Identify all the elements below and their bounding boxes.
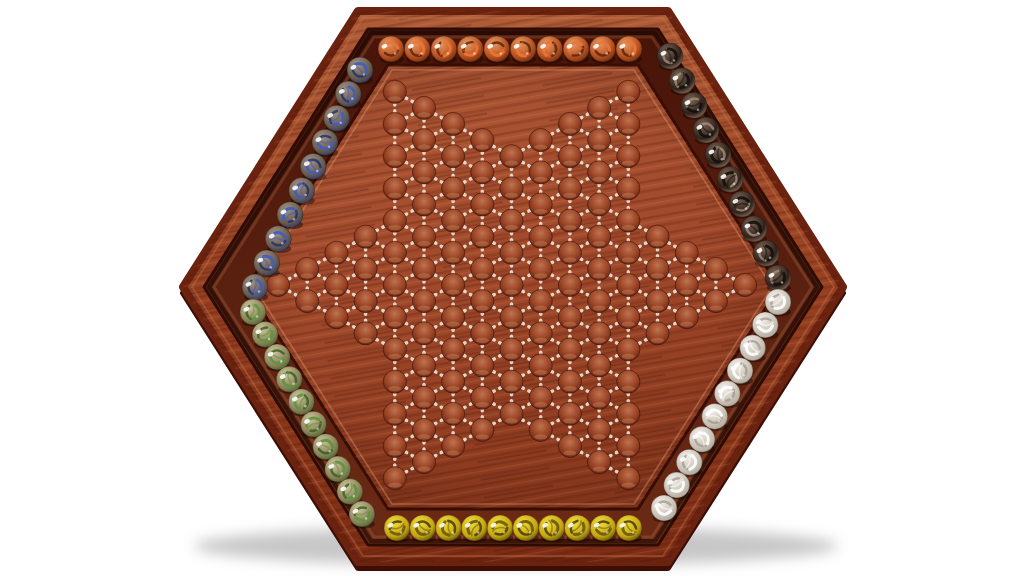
board-hole[interactable]: [704, 290, 727, 313]
hole-inner-light: [418, 273, 431, 278]
hole-inner-light: [418, 338, 431, 343]
hole-inner-light: [476, 241, 489, 246]
board-hole[interactable]: [471, 322, 494, 345]
board-hole[interactable]: [617, 145, 640, 168]
board-hole[interactable]: [588, 451, 611, 474]
hole-inner-light: [505, 322, 518, 327]
board-hole[interactable]: [617, 338, 640, 361]
hole-inner-light: [534, 402, 547, 407]
hole-inner-light: [505, 289, 518, 294]
hole-inner-light: [359, 241, 372, 246]
specular-dot: [447, 52, 450, 55]
marble-yellow[interactable]: [461, 515, 487, 543]
marble-blue[interactable]: [265, 226, 291, 254]
board-hole[interactable]: [558, 145, 581, 168]
board-hole[interactable]: [325, 273, 348, 296]
hole-inner-light: [622, 386, 635, 391]
specular-dot: [394, 52, 397, 55]
specular-dot: [552, 52, 555, 55]
marble-orange[interactable]: [484, 36, 510, 64]
marble-blue[interactable]: [277, 202, 303, 230]
board-hole[interactable]: [588, 354, 611, 377]
marble-black[interactable]: [753, 240, 779, 267]
board-hole[interactable]: [383, 145, 406, 168]
hole-inner-light: [680, 289, 693, 294]
hole-inner-light: [593, 306, 606, 311]
board-hole[interactable]: [412, 257, 435, 280]
specular-dot: [473, 52, 476, 55]
board-hole[interactable]: [558, 177, 581, 200]
board-hole[interactable]: [296, 257, 319, 280]
marble-yellow[interactable]: [384, 515, 410, 543]
hole-inner-light: [534, 306, 547, 311]
specular-dot: [328, 450, 331, 453]
board-hole[interactable]: [529, 193, 552, 216]
board-hole[interactable]: [500, 241, 523, 264]
hole-inner-light: [622, 193, 635, 198]
hole-inner-light: [622, 483, 635, 488]
board-hole[interactable]: [617, 80, 640, 103]
specular-dot: [451, 531, 454, 534]
board-hole[interactable]: [733, 273, 756, 296]
hole-inner-light: [476, 306, 489, 311]
marble-white[interactable]: [651, 495, 677, 523]
marble-yellow[interactable]: [564, 515, 590, 543]
hole-inner-light: [359, 273, 372, 278]
board-hole[interactable]: [412, 354, 435, 377]
marble-orange[interactable]: [457, 36, 483, 64]
board-hole[interactable]: [588, 225, 611, 248]
marble-black[interactable]: [657, 43, 683, 71]
hole-inner-light: [476, 338, 489, 343]
board-hole[interactable]: [354, 290, 377, 313]
marble-black[interactable]: [681, 92, 707, 120]
board-hole[interactable]: [588, 418, 611, 441]
specular-dot: [293, 218, 296, 221]
board-hole[interactable]: [558, 434, 581, 457]
hole-inner-light: [593, 241, 606, 246]
hole-inner-light: [476, 209, 489, 214]
board-hole[interactable]: [383, 112, 406, 135]
board-hole[interactable]: [325, 306, 348, 329]
specular-dot: [697, 109, 700, 112]
board-hole[interactable]: [588, 96, 611, 119]
specular-dot: [632, 531, 635, 534]
hole-inner-light: [534, 241, 547, 246]
specular-dot: [292, 383, 295, 386]
board-hole[interactable]: [500, 370, 523, 393]
hole-inner-light: [447, 418, 460, 423]
hole-inner-light: [330, 257, 343, 262]
board-hole[interactable]: [471, 290, 494, 313]
hole-inner-light: [622, 257, 635, 262]
hole-inner-light: [505, 161, 518, 166]
board-hole[interactable]: [675, 273, 698, 296]
marble-blue[interactable]: [300, 153, 326, 181]
marble-blue[interactable]: [289, 178, 315, 206]
specular-dot: [500, 52, 503, 55]
marble-blue[interactable]: [335, 81, 361, 109]
board-hole[interactable]: [383, 402, 406, 425]
specular-dot: [757, 232, 760, 235]
board-hole[interactable]: [558, 370, 581, 393]
specular-dot: [769, 257, 772, 260]
board-hole[interactable]: [588, 257, 611, 280]
board-hole[interactable]: [442, 145, 465, 168]
hole-inner-light: [593, 273, 606, 278]
hole-inner-light: [709, 273, 722, 278]
hole-inner-light: [534, 145, 547, 150]
hole-inner-light: [447, 386, 460, 391]
marble-blue[interactable]: [312, 129, 338, 157]
board-hole[interactable]: [412, 161, 435, 184]
hole-inner-light: [388, 483, 401, 488]
board-hole[interactable]: [529, 290, 552, 313]
hole-inner-light: [563, 257, 576, 262]
board-hole[interactable]: [500, 306, 523, 329]
hole-inner-light: [534, 434, 547, 439]
marble-orange[interactable]: [431, 36, 457, 64]
hole-inner-light: [330, 289, 343, 294]
specular-dot: [353, 495, 356, 498]
board-hole[interactable]: [383, 306, 406, 329]
specular-dot: [269, 266, 272, 269]
board-hole[interactable]: [471, 129, 494, 152]
specular-dot: [605, 52, 608, 55]
hole-inner-light: [505, 225, 518, 230]
hole-inner-light: [709, 306, 722, 311]
specular-dot: [730, 397, 733, 400]
specular-dot: [743, 374, 746, 377]
specular-dot: [733, 183, 736, 186]
marble-yellow[interactable]: [513, 515, 539, 543]
board-hole[interactable]: [617, 370, 640, 393]
board-hole[interactable]: [529, 225, 552, 248]
board-hole[interactable]: [617, 306, 640, 329]
board-hole[interactable]: [529, 257, 552, 280]
board-hole[interactable]: [558, 241, 581, 264]
hole-inner-light: [447, 354, 460, 359]
board-hole[interactable]: [412, 225, 435, 248]
board-hole[interactable]: [588, 322, 611, 345]
hole-inner-light: [622, 128, 635, 133]
specular-dot: [503, 531, 506, 534]
hole-inner-light: [593, 145, 606, 150]
board-hole[interactable]: [500, 338, 523, 361]
board-hole[interactable]: [354, 225, 377, 248]
hole-inner-light: [534, 273, 547, 278]
hole-inner-light: [622, 161, 635, 166]
board-hole[interactable]: [383, 209, 406, 232]
specular-dot: [258, 290, 261, 293]
specular-dot: [632, 52, 635, 55]
marble-blue[interactable]: [254, 250, 280, 278]
hole-inner-light: [388, 322, 401, 327]
hole-inner-light: [534, 370, 547, 375]
marble-orange[interactable]: [590, 36, 616, 64]
hole-inner-light: [563, 354, 576, 359]
hole-inner-light: [301, 306, 314, 311]
board-hole[interactable]: [500, 145, 523, 168]
board-hole[interactable]: [558, 338, 581, 361]
specular-dot: [705, 443, 708, 446]
board-hole[interactable]: [471, 386, 494, 409]
specular-dot: [339, 121, 342, 124]
specular-dot: [781, 281, 784, 284]
marble-green[interactable]: [349, 501, 375, 529]
board-hole[interactable]: [442, 306, 465, 329]
specular-dot: [526, 52, 529, 55]
board-hole[interactable]: [442, 402, 465, 425]
board-hole[interactable]: [558, 402, 581, 425]
hole-inner-light: [563, 322, 576, 327]
board-hole[interactable]: [617, 273, 640, 296]
specular-dot: [554, 531, 557, 534]
hole-inner-light: [563, 225, 576, 230]
hole-inner-light: [476, 273, 489, 278]
marble-blue[interactable]: [347, 57, 373, 85]
specular-dot: [579, 52, 582, 55]
hole-inner-light: [534, 177, 547, 182]
marble-black[interactable]: [741, 216, 767, 244]
hole-inner-light: [622, 354, 635, 359]
specular-dot: [717, 420, 720, 423]
hole-inner-light: [593, 434, 606, 439]
board-hole[interactable]: [442, 338, 465, 361]
specular-dot: [781, 305, 784, 308]
board-hole[interactable]: [675, 306, 698, 329]
marble-orange[interactable]: [404, 36, 430, 64]
board-hole[interactable]: [529, 129, 552, 152]
hole-inner-light: [622, 289, 635, 294]
hole-inner-light: [593, 370, 606, 375]
board-hole[interactable]: [412, 290, 435, 313]
board-hole[interactable]: [442, 241, 465, 264]
board-hole[interactable]: [588, 193, 611, 216]
board-hole[interactable]: [617, 112, 640, 135]
board-hole[interactable]: [588, 386, 611, 409]
hole-inner-light: [359, 306, 372, 311]
hole-inner-light: [388, 128, 401, 133]
hole-inner-light: [388, 450, 401, 455]
board-hole[interactable]: [646, 290, 669, 313]
board-hole[interactable]: [529, 322, 552, 345]
specular-dot: [709, 133, 712, 136]
specular-dot: [256, 315, 259, 318]
board-hole[interactable]: [383, 241, 406, 264]
hole-inner-light: [505, 418, 518, 423]
board-hole[interactable]: [412, 96, 435, 119]
board-hole[interactable]: [383, 273, 406, 296]
board-hole[interactable]: [442, 370, 465, 393]
board-hole[interactable]: [558, 209, 581, 232]
hole-inner-light: [563, 128, 576, 133]
hole-inner-light: [359, 338, 372, 343]
hole-inner-light: [593, 112, 606, 117]
hole-inner-light: [447, 193, 460, 198]
hole-inner-light: [622, 96, 635, 101]
hole-inner-light: [593, 467, 606, 472]
board-hole[interactable]: [529, 161, 552, 184]
board-hole[interactable]: [412, 451, 435, 474]
hole-inner-light: [563, 193, 576, 198]
board-hole[interactable]: [442, 209, 465, 232]
board-hole[interactable]: [471, 354, 494, 377]
board-hole[interactable]: [529, 418, 552, 441]
marble-black[interactable]: [729, 191, 755, 219]
board-hole[interactable]: [675, 241, 698, 264]
hole-inner-light: [418, 370, 431, 375]
hole-inner-light: [447, 128, 460, 133]
marble-blue[interactable]: [242, 274, 268, 302]
specular-dot: [351, 97, 354, 100]
hole-inner-light: [505, 386, 518, 391]
hole-inner-light: [505, 354, 518, 359]
product-photo: [0, 0, 1024, 576]
specular-dot: [679, 488, 682, 491]
hole-inner-light: [447, 450, 460, 455]
board-hole[interactable]: [617, 434, 640, 457]
specular-dot: [268, 338, 271, 341]
marble-yellow[interactable]: [590, 515, 616, 543]
board-hole[interactable]: [383, 370, 406, 393]
board-hole[interactable]: [471, 418, 494, 441]
board-hole[interactable]: [529, 354, 552, 377]
chinese-checkers-board: [0, 0, 1024, 576]
specular-dot: [426, 531, 429, 534]
marble-orange[interactable]: [378, 36, 404, 64]
board-hole[interactable]: [442, 112, 465, 135]
board-hole[interactable]: [412, 129, 435, 152]
hole-inner-light: [622, 418, 635, 423]
specular-dot: [667, 511, 670, 514]
hole-inner-light: [418, 241, 431, 246]
board-hole[interactable]: [412, 322, 435, 345]
board-hole[interactable]: [442, 177, 465, 200]
board-hole[interactable]: [588, 129, 611, 152]
board-hole[interactable]: [646, 322, 669, 345]
hole-inner-light: [534, 338, 547, 343]
marble-orange[interactable]: [537, 36, 563, 64]
marble-blue[interactable]: [324, 105, 350, 133]
hole-inner-light: [418, 177, 431, 182]
hole-inner-light: [476, 434, 489, 439]
hole-inner-light: [563, 386, 576, 391]
board-hole[interactable]: [558, 306, 581, 329]
board-hole[interactable]: [296, 290, 319, 313]
board-hole[interactable]: [354, 257, 377, 280]
board-hole[interactable]: [500, 177, 523, 200]
marble-black[interactable]: [693, 117, 719, 145]
board-hole[interactable]: [354, 322, 377, 345]
marble-black[interactable]: [669, 68, 695, 96]
board-hole[interactable]: [617, 467, 640, 490]
board-hole[interactable]: [383, 177, 406, 200]
hole-inner-light: [418, 145, 431, 150]
marble-yellow[interactable]: [436, 515, 462, 543]
specular-dot: [316, 170, 319, 173]
specular-dot: [692, 465, 695, 468]
board-hole[interactable]: [646, 257, 669, 280]
hole-inner-light: [593, 177, 606, 182]
board-hole[interactable]: [558, 112, 581, 135]
hole-inner-light: [388, 418, 401, 423]
board-hole[interactable]: [412, 193, 435, 216]
hole-inner-light: [301, 273, 314, 278]
board-hole[interactable]: [471, 193, 494, 216]
hole-inner-light: [651, 241, 664, 246]
board-hole[interactable]: [383, 434, 406, 457]
hole-inner-light: [388, 257, 401, 262]
hole-inner-light: [476, 145, 489, 150]
hole-inner-light: [447, 225, 460, 230]
board-hole[interactable]: [325, 241, 348, 264]
board-hole[interactable]: [412, 418, 435, 441]
marble-orange[interactable]: [510, 36, 536, 64]
marble-yellow[interactable]: [487, 515, 513, 543]
board-hole[interactable]: [646, 225, 669, 248]
board-hole[interactable]: [412, 386, 435, 409]
board-hole[interactable]: [617, 177, 640, 200]
hole-inner-light: [272, 289, 285, 294]
hole-inner-light: [593, 338, 606, 343]
board-hole[interactable]: [617, 209, 640, 232]
board-hole[interactable]: [442, 434, 465, 457]
hole-inner-light: [388, 161, 401, 166]
hole-inner-light: [651, 306, 664, 311]
specular-dot: [281, 242, 284, 245]
hole-inner-light: [476, 402, 489, 407]
marble-orange[interactable]: [563, 36, 589, 64]
board-hole[interactable]: [383, 80, 406, 103]
hole-inner-light: [563, 450, 576, 455]
board-hole[interactable]: [471, 257, 494, 280]
specular-dot: [363, 73, 366, 76]
marble-black[interactable]: [765, 265, 791, 293]
board-hole[interactable]: [442, 273, 465, 296]
hole-inner-light: [418, 434, 431, 439]
marble-yellow[interactable]: [539, 515, 565, 543]
board-hole[interactable]: [500, 273, 523, 296]
specular-dot: [341, 472, 344, 475]
specular-dot: [328, 146, 331, 149]
board-hole[interactable]: [383, 467, 406, 490]
hole-inner-light: [418, 402, 431, 407]
marble-yellow[interactable]: [410, 515, 436, 543]
board-hole[interactable]: [471, 161, 494, 184]
marble-black[interactable]: [705, 142, 731, 170]
board-hole[interactable]: [588, 290, 611, 313]
board-hole[interactable]: [500, 209, 523, 232]
board-hole[interactable]: [558, 273, 581, 296]
hole-inner-light: [476, 370, 489, 375]
marble-orange[interactable]: [616, 36, 642, 64]
board-hole[interactable]: [588, 161, 611, 184]
board-hole[interactable]: [383, 338, 406, 361]
specular-dot: [304, 194, 307, 197]
board-hole[interactable]: [617, 402, 640, 425]
board-hole[interactable]: [500, 402, 523, 425]
board-hole[interactable]: [529, 386, 552, 409]
specular-dot: [685, 84, 688, 87]
specular-dot: [477, 531, 480, 534]
board-hole[interactable]: [471, 225, 494, 248]
board-hole[interactable]: [617, 241, 640, 264]
hole-inner-light: [447, 289, 460, 294]
marble-black[interactable]: [717, 166, 743, 194]
marble-yellow[interactable]: [616, 515, 642, 543]
board-hole[interactable]: [704, 257, 727, 280]
